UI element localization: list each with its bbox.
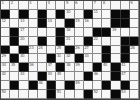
cell-r1c12[interactable]: 8 [102,1,111,10]
cell-r11c15[interactable] [130,90,139,99]
cell-r1c1[interactable]: 1 [1,1,10,10]
cell-r8c8[interactable]: 38 [65,63,74,72]
cell-r11c2[interactable] [10,90,19,99]
block-r9c13 [111,72,120,81]
clue-number: 41 [121,63,125,67]
clue-number: 40 [103,63,107,67]
block-r10c2 [10,81,19,90]
clue-number: 24 [38,46,42,50]
cell-r10c3[interactable] [19,81,28,90]
clue-number: 7 [93,1,95,5]
clue-number: 14 [47,19,51,23]
cell-r5c8[interactable]: 21 [65,37,74,46]
clue-number: 12 [2,19,6,23]
cell-r3c1[interactable]: 12 [1,19,10,28]
cell-r6c15[interactable]: 28 [130,46,139,55]
clue-number: 38 [66,63,70,67]
cell-r3c9[interactable]: 15 [75,19,84,28]
cell-r1c15[interactable]: 9 [130,1,139,10]
clue-number: 17 [20,28,24,32]
cell-r5c6[interactable] [47,37,56,46]
cell-r3c4[interactable] [29,19,38,28]
crossword-grid: 1234567891011121314151617181920212223242… [0,0,140,100]
clue-number: 21 [66,37,70,41]
cell-r3c7[interactable] [56,19,65,28]
clue-number: 45 [57,72,61,76]
cell-r9c7[interactable]: 45 [56,72,65,81]
cell-r9c3[interactable]: 43 [19,72,28,81]
block-r10c6 [47,81,56,90]
cell-r10c10[interactable] [84,81,93,90]
cell-r9c14[interactable]: 47 [121,72,130,81]
cell-r4c4[interactable] [29,28,38,37]
cell-r7c10[interactable]: 33 [84,54,93,63]
cell-r2c11[interactable]: 11 [93,10,102,19]
cell-r9c2[interactable] [10,72,19,81]
cell-r7c11[interactable] [93,54,102,63]
clue-number: 44 [47,72,51,76]
cell-r1c4[interactable]: 3 [29,1,38,10]
cell-r1c13[interactable] [111,1,120,10]
cell-r2c15[interactable] [130,10,139,19]
cell-r11c14[interactable]: 53 [121,90,130,99]
block-r3c14 [121,19,130,28]
clue-number: 3 [29,1,31,5]
clue-number: 48 [38,81,42,85]
cell-r3c12[interactable] [102,19,111,28]
clue-number: 51 [57,90,61,94]
clue-number: 28 [130,46,134,50]
cell-r11c12[interactable] [102,90,111,99]
block-r9c10 [84,72,93,81]
cell-r1c6[interactable]: 4 [47,1,56,10]
clue-number: 30 [20,54,24,58]
cell-r3c6[interactable]: 14 [47,19,56,28]
cell-r9c12[interactable] [102,72,111,81]
cell-r5c13[interactable] [111,37,120,46]
clue-number: 39 [75,63,79,67]
cell-r6c2[interactable] [10,46,19,55]
cell-r6c6[interactable] [47,46,56,55]
clue-number: 53 [121,90,125,94]
cell-r6c11[interactable] [93,46,102,55]
block-r4c2 [10,28,19,37]
clue-number: 22 [93,37,97,41]
cell-r9c15[interactable] [130,72,139,81]
block-r6c14 [121,46,130,55]
clue-number: 9 [130,1,132,5]
block-r4c7 [56,28,65,37]
cell-r8c10[interactable] [84,63,93,72]
cell-r1c10[interactable] [84,1,93,10]
clue-number: 8 [103,1,105,5]
cell-r9c4[interactable] [29,72,38,81]
cell-r11c8[interactable] [65,90,74,99]
block-r2c14 [121,10,130,19]
cell-r7c3[interactable]: 30 [19,54,28,63]
block-r11c6 [47,90,56,99]
cell-r1c5[interactable] [38,1,47,10]
cell-r4c13[interactable]: 19 [111,28,120,37]
clue-number: 18 [66,28,70,32]
cell-r6c13[interactable] [111,46,120,55]
cell-r7c7[interactable]: 31 [56,54,65,63]
cell-r5c3[interactable]: 20 [19,37,28,46]
cell-r7c15[interactable] [130,54,139,63]
block-r5c14 [121,37,130,46]
cell-r11c11[interactable]: 52 [93,90,102,99]
clue-number: 32 [66,54,70,58]
cell-r8c2[interactable]: 35 [10,63,19,72]
cell-r11c7[interactable]: 51 [56,90,65,99]
clue-number: 49 [75,81,79,85]
clue-number: 13 [20,19,24,23]
cell-r2c8[interactable]: 10 [65,10,74,19]
clue-number: 10 [66,10,70,14]
block-r3c5 [38,19,47,28]
cell-r9c11[interactable]: 46 [93,72,102,81]
block-r8c13 [111,63,120,72]
clue-number: 23 [29,46,33,50]
cell-r1c7[interactable] [56,1,65,10]
cell-r2c4[interactable] [29,10,38,19]
clue-number: 47 [121,72,125,76]
clue-number: 29 [2,54,6,58]
clue-number: 33 [84,54,88,58]
cell-r11c1[interactable]: 50 [1,90,10,99]
cell-r1c14[interactable] [121,1,130,10]
cell-r10c13[interactable] [111,81,120,90]
cell-r3c15[interactable] [130,19,139,28]
clue-number: 42 [2,72,6,76]
clue-number: 25 [57,46,61,50]
clue-number: 15 [75,19,79,23]
block-r11c10 [84,90,93,99]
cell-r8c5[interactable] [38,63,47,72]
cell-r7c5[interactable] [38,54,47,63]
clue-number: 6 [75,1,77,5]
cell-r5c1[interactable] [1,37,10,46]
cell-r8c4[interactable]: 36 [29,63,38,72]
cell-r10c5[interactable]: 48 [38,81,47,90]
block-r10c12 [102,81,111,90]
clue-number: 11 [93,10,97,14]
clue-number: 20 [20,37,24,41]
clue-number: 2 [11,1,13,5]
cell-r8c9[interactable]: 39 [75,63,84,72]
block-r2c13 [111,10,120,19]
cell-r11c5[interactable] [38,90,47,99]
cell-r3c2[interactable] [10,19,19,28]
cell-r10c15[interactable] [130,81,139,90]
cell-r8c15[interactable] [130,63,139,72]
block-r5c2 [10,37,19,46]
cell-r6c5[interactable]: 24 [38,46,47,55]
cell-r4c9[interactable] [75,28,84,37]
cell-r9c8[interactable] [65,72,74,81]
cell-r7c13[interactable] [111,54,120,63]
cell-r11c9[interactable] [75,90,84,99]
clue-number: 4 [47,1,49,5]
cell-r11c4[interactable] [29,90,38,99]
clue-number: 52 [93,90,97,94]
cell-r1c9[interactable]: 6 [75,1,84,10]
block-r11c13 [111,90,120,99]
cell-r6c4[interactable]: 23 [29,46,38,55]
clue-number: 50 [2,90,6,94]
block-r10c4 [29,81,38,90]
cell-r4c15[interactable] [130,28,139,37]
block-r2c5 [38,10,47,19]
clue-number: 16 [84,19,88,23]
clue-number: 43 [20,72,24,76]
clue-number: 5 [66,1,68,5]
cell-r10c9[interactable]: 49 [75,81,84,90]
clue-number: 46 [93,72,97,76]
cell-r4c1[interactable] [1,28,10,37]
cell-r1c2[interactable]: 2 [10,1,19,10]
cell-r5c11[interactable]: 22 [93,37,102,46]
cell-r4c10[interactable] [84,28,93,37]
block-r4c12 [102,28,111,37]
clue-number: 26 [75,46,79,50]
clue-number: 36 [29,63,33,67]
clue-number: 19 [112,28,116,32]
cell-r4c6[interactable] [47,28,56,37]
cell-r1c3[interactable] [19,1,28,10]
cell-r2c2[interactable] [10,10,19,19]
cell-r5c12[interactable] [102,37,111,46]
cell-r2c12[interactable] [102,10,111,19]
clue-number: 27 [84,46,88,50]
cell-r9c1[interactable]: 42 [1,72,10,81]
clue-number: 34 [2,63,6,67]
clue-number: 37 [47,63,51,67]
clue-number: 1 [2,1,4,5]
cell-r8c12[interactable]: 40 [102,63,111,72]
cell-r6c9[interactable]: 26 [75,46,84,55]
cell-r11c3[interactable] [19,90,28,99]
clue-number: 35 [11,63,15,67]
block-r2c7 [56,10,65,19]
block-r10c8 [65,81,74,90]
cell-r3c10[interactable]: 16 [84,19,93,28]
clue-number: 31 [57,54,61,58]
cell-r3c11[interactable] [93,19,102,28]
cell-r9c6[interactable]: 44 [47,72,56,81]
cell-r4c5[interactable] [38,28,47,37]
cell-r4c14[interactable] [121,28,130,37]
block-r6c12 [102,46,111,55]
